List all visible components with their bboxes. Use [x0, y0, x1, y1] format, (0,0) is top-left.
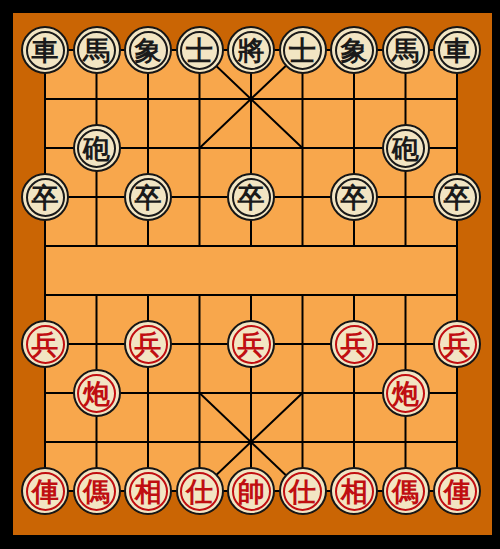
- piece-red-soldier[interactable]: 兵: [21, 320, 69, 368]
- piece-glyph: 炮: [83, 380, 110, 407]
- piece-red-horse[interactable]: 傌: [73, 467, 121, 515]
- piece-red-soldier[interactable]: 兵: [330, 320, 378, 368]
- piece-glyph: 車: [32, 37, 59, 64]
- piece-black-elephant[interactable]: 象: [330, 26, 378, 74]
- piece-glyph: 卒: [341, 184, 368, 211]
- piece-red-elephant[interactable]: 相: [330, 467, 378, 515]
- piece-glyph: 卒: [32, 184, 59, 211]
- piece-black-soldier[interactable]: 卒: [227, 173, 275, 221]
- piece-glyph: 士: [289, 37, 316, 64]
- piece-glyph: 炮: [392, 380, 419, 407]
- piece-black-horse[interactable]: 馬: [382, 26, 430, 74]
- piece-glyph: 仕: [186, 478, 213, 505]
- piece-glyph: 卒: [444, 184, 471, 211]
- piece-red-soldier[interactable]: 兵: [124, 320, 172, 368]
- piece-red-soldier[interactable]: 兵: [433, 320, 481, 368]
- piece-black-chariot[interactable]: 車: [21, 26, 69, 74]
- piece-glyph: 兵: [238, 331, 265, 358]
- piece-black-general[interactable]: 將: [227, 26, 275, 74]
- piece-glyph: 將: [238, 37, 265, 64]
- piece-red-advisor[interactable]: 仕: [176, 467, 224, 515]
- piece-glyph: 傌: [392, 478, 419, 505]
- piece-glyph: 兵: [444, 331, 471, 358]
- piece-black-chariot[interactable]: 車: [433, 26, 481, 74]
- piece-glyph: 俥: [32, 478, 59, 505]
- piece-black-soldier[interactable]: 卒: [124, 173, 172, 221]
- piece-glyph: 帥: [238, 478, 265, 505]
- piece-glyph: 馬: [83, 37, 110, 64]
- piece-red-cannon[interactable]: 炮: [382, 369, 430, 417]
- piece-glyph: 士: [186, 37, 213, 64]
- piece-glyph: 兵: [135, 331, 162, 358]
- piece-red-advisor[interactable]: 仕: [279, 467, 327, 515]
- piece-black-horse[interactable]: 馬: [73, 26, 121, 74]
- piece-glyph: 相: [341, 478, 368, 505]
- piece-glyph: 象: [135, 37, 162, 64]
- piece-glyph: 兵: [32, 331, 59, 358]
- piece-glyph: 傌: [83, 478, 110, 505]
- piece-glyph: 車: [444, 37, 471, 64]
- piece-glyph: 象: [341, 37, 368, 64]
- piece-red-chariot[interactable]: 俥: [21, 467, 69, 515]
- piece-red-general[interactable]: 帥: [227, 467, 275, 515]
- piece-glyph: 相: [135, 478, 162, 505]
- piece-red-soldier[interactable]: 兵: [227, 320, 275, 368]
- piece-black-soldier[interactable]: 卒: [330, 173, 378, 221]
- piece-red-cannon[interactable]: 炮: [73, 369, 121, 417]
- piece-red-chariot[interactable]: 俥: [433, 467, 481, 515]
- piece-black-elephant[interactable]: 象: [124, 26, 172, 74]
- piece-glyph: 砲: [83, 135, 110, 162]
- piece-glyph: 砲: [392, 135, 419, 162]
- piece-black-advisor[interactable]: 士: [176, 26, 224, 74]
- piece-red-elephant[interactable]: 相: [124, 467, 172, 515]
- piece-black-soldier[interactable]: 卒: [433, 173, 481, 221]
- piece-black-soldier[interactable]: 卒: [21, 173, 69, 221]
- piece-glyph: 仕: [289, 478, 316, 505]
- piece-black-cannon[interactable]: 砲: [73, 124, 121, 172]
- pieces-layer: 車馬象士將士象馬車砲砲卒卒卒卒卒兵兵兵兵兵炮炮俥傌相仕帥仕相傌俥: [0, 0, 500, 549]
- piece-glyph: 卒: [238, 184, 265, 211]
- piece-black-advisor[interactable]: 士: [279, 26, 327, 74]
- piece-glyph: 馬: [392, 37, 419, 64]
- xiangqi-board: 車馬象士將士象馬車砲砲卒卒卒卒卒兵兵兵兵兵炮炮俥傌相仕帥仕相傌俥: [0, 0, 500, 549]
- piece-glyph: 兵: [341, 331, 368, 358]
- piece-black-cannon[interactable]: 砲: [382, 124, 430, 172]
- piece-red-horse[interactable]: 傌: [382, 467, 430, 515]
- piece-glyph: 卒: [135, 184, 162, 211]
- piece-glyph: 俥: [444, 478, 471, 505]
